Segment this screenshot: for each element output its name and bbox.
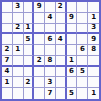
cell-r5c4[interactable]	[34, 45, 45, 56]
cell-r6c4: 2	[34, 56, 45, 67]
cell-r3c3: 1	[24, 24, 35, 35]
cell-r5c7[interactable]	[67, 45, 78, 56]
cell-r2c7: 9	[67, 13, 78, 24]
cell-r9c4[interactable]	[34, 88, 45, 99]
cell-r3c9: 3	[88, 24, 99, 35]
cell-r9c2[interactable]	[13, 88, 24, 99]
cell-r7c4[interactable]	[34, 67, 45, 78]
cell-r4c2[interactable]	[13, 34, 24, 45]
cell-r7c3[interactable]	[24, 67, 35, 78]
cell-r7c2[interactable]	[13, 67, 24, 78]
cell-r4c8[interactable]	[77, 34, 88, 45]
cell-r8c7[interactable]	[67, 77, 78, 88]
cell-r3c7[interactable]	[67, 24, 78, 35]
cell-r7c6[interactable]	[56, 67, 67, 78]
cell-r6c8[interactable]	[77, 56, 88, 67]
cell-r5c8: 6	[77, 45, 88, 56]
cell-r9c7: 5	[67, 88, 78, 99]
cell-r9c8[interactable]	[77, 88, 88, 99]
cell-r3c1[interactable]	[2, 24, 13, 35]
cell-r6c3[interactable]	[24, 56, 35, 67]
cell-r3c2: 2	[13, 24, 24, 35]
cell-r4c5: 6	[45, 34, 56, 45]
cell-r1c3[interactable]	[24, 2, 35, 13]
cell-r7c9[interactable]	[88, 67, 99, 78]
cell-r6c6[interactable]	[56, 56, 67, 67]
cell-r4c3: 5	[24, 34, 35, 45]
cell-r1c2: 3	[13, 2, 24, 13]
cell-r2c5: 4	[45, 13, 56, 24]
cell-r7c5[interactable]	[45, 67, 56, 78]
cell-r4c6: 4	[56, 34, 67, 45]
cell-r8c5: 3	[45, 77, 56, 88]
cell-r5c2: 1	[13, 45, 24, 56]
cell-r3c4[interactable]	[34, 24, 45, 35]
cell-r4c7[interactable]	[67, 34, 78, 45]
cell-r4c1[interactable]	[2, 34, 13, 45]
cell-r1c7[interactable]	[67, 2, 78, 13]
cell-r9c5: 7	[45, 88, 56, 99]
cell-r8c3: 2	[24, 77, 35, 88]
cell-r6c5: 8	[45, 56, 56, 67]
cell-r9c9: 1	[88, 88, 99, 99]
cell-r8c4[interactable]	[34, 77, 45, 88]
cell-r2c2[interactable]	[13, 13, 24, 24]
cell-r2c1[interactable]	[2, 13, 13, 24]
cell-r5c3[interactable]	[24, 45, 35, 56]
cell-r5c6[interactable]	[56, 45, 67, 56]
cell-r8c6[interactable]	[56, 77, 67, 88]
cell-r7c8: 5	[77, 67, 88, 78]
cell-r1c4: 9	[34, 2, 45, 13]
cell-r8c2[interactable]	[13, 77, 24, 88]
sudoku-board: 392491213564921687281465123751	[0, 0, 101, 101]
cell-r1c5[interactable]	[45, 2, 56, 13]
cell-r2c4[interactable]	[34, 13, 45, 24]
cell-r6c1: 7	[2, 56, 13, 67]
cell-r3c5[interactable]	[45, 24, 56, 35]
cell-r9c3[interactable]	[24, 88, 35, 99]
cell-r2c8[interactable]	[77, 13, 88, 24]
cell-r7c7: 6	[67, 67, 78, 78]
cell-r6c2[interactable]	[13, 56, 24, 67]
cell-r1c1[interactable]	[2, 2, 13, 13]
cell-r6c7: 1	[67, 56, 78, 67]
cell-r5c1: 2	[2, 45, 13, 56]
cell-r1c6: 2	[56, 2, 67, 13]
cell-r8c9[interactable]	[88, 77, 99, 88]
cell-r4c4[interactable]	[34, 34, 45, 45]
cell-r1c9[interactable]	[88, 2, 99, 13]
cell-r9c1[interactable]	[2, 88, 13, 99]
cell-r3c6[interactable]	[56, 24, 67, 35]
cell-r4c9: 9	[88, 34, 99, 45]
cell-r2c3[interactable]	[24, 13, 35, 24]
cell-r9c6[interactable]	[56, 88, 67, 99]
cell-r8c1: 1	[2, 77, 13, 88]
cell-r6c9[interactable]	[88, 56, 99, 67]
cell-r2c9: 1	[88, 13, 99, 24]
cell-r8c8[interactable]	[77, 77, 88, 88]
cell-r1c8[interactable]	[77, 2, 88, 13]
cell-r5c9: 8	[88, 45, 99, 56]
cell-r3c8[interactable]	[77, 24, 88, 35]
cell-r7c1: 4	[2, 67, 13, 78]
cell-r5c5[interactable]	[45, 45, 56, 56]
cell-r2c6[interactable]	[56, 13, 67, 24]
